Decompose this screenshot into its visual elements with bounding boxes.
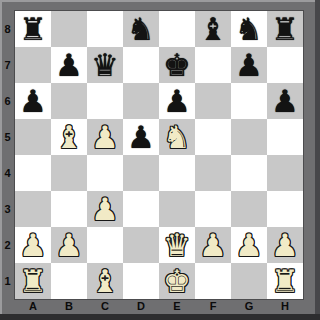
square-a4 <box>15 155 51 191</box>
square-d2 <box>123 227 159 263</box>
square-c6 <box>87 83 123 119</box>
square-a3 <box>15 191 51 227</box>
piece-black-bishop: ♝ <box>199 11 227 47</box>
square-a7 <box>15 47 51 83</box>
file-labels: ABCDEFGH <box>15 299 303 314</box>
square-c7: ♛ <box>87 47 123 83</box>
square-f1 <box>195 263 231 299</box>
piece-white-pawn: ♟ <box>19 227 47 263</box>
piece-black-king: ♚ <box>163 47 191 83</box>
square-g6 <box>231 83 267 119</box>
rank-label-6: 6 <box>0 83 15 119</box>
square-d6 <box>123 83 159 119</box>
piece-black-rook: ♜ <box>271 11 299 47</box>
file-label-b: B <box>51 299 87 314</box>
rank-label-7: 7 <box>0 47 15 83</box>
piece-white-bishop: ♝ <box>91 263 119 299</box>
square-h4 <box>267 155 303 191</box>
square-a2: ♟ <box>15 227 51 263</box>
piece-white-knight: ♞ <box>163 119 191 155</box>
square-e7: ♚ <box>159 47 195 83</box>
square-b6 <box>51 83 87 119</box>
rank-label-1: 1 <box>0 263 15 299</box>
square-g3 <box>231 191 267 227</box>
square-g7: ♟ <box>231 47 267 83</box>
square-h2: ♟ <box>267 227 303 263</box>
piece-white-rook: ♜ <box>19 263 47 299</box>
square-g4 <box>231 155 267 191</box>
piece-white-pawn: ♟ <box>271 227 299 263</box>
chess-board: ♜♞♝♞♜♟♛♚♟♟♟♟♝♟♟♞♟♟♟♛♟♟♟♜♝♚♜ <box>15 11 303 299</box>
file-label-h: H <box>267 299 303 314</box>
piece-white-pawn: ♟ <box>199 227 227 263</box>
square-c4 <box>87 155 123 191</box>
piece-black-rook: ♜ <box>19 11 47 47</box>
file-label-d: D <box>123 299 159 314</box>
square-b1 <box>51 263 87 299</box>
piece-black-pawn: ♟ <box>271 83 299 119</box>
piece-black-knight: ♞ <box>235 11 263 47</box>
piece-white-pawn: ♟ <box>91 119 119 155</box>
piece-white-queen: ♛ <box>163 227 191 263</box>
square-e4 <box>159 155 195 191</box>
square-e1: ♚ <box>159 263 195 299</box>
square-g8: ♞ <box>231 11 267 47</box>
square-f4 <box>195 155 231 191</box>
square-c1: ♝ <box>87 263 123 299</box>
square-a1: ♜ <box>15 263 51 299</box>
square-b4 <box>51 155 87 191</box>
square-d3 <box>123 191 159 227</box>
square-e8 <box>159 11 195 47</box>
square-h1: ♜ <box>267 263 303 299</box>
square-e5: ♞ <box>159 119 195 155</box>
piece-black-queen: ♛ <box>91 47 119 83</box>
file-label-f: F <box>195 299 231 314</box>
rank-label-2: 2 <box>0 227 15 263</box>
rank-label-8: 8 <box>0 11 15 47</box>
square-e3 <box>159 191 195 227</box>
rank-label-4: 4 <box>0 155 15 191</box>
square-e2: ♛ <box>159 227 195 263</box>
piece-black-pawn: ♟ <box>19 83 47 119</box>
piece-white-bishop: ♝ <box>55 119 83 155</box>
square-g2: ♟ <box>231 227 267 263</box>
square-h7 <box>267 47 303 83</box>
square-c3: ♟ <box>87 191 123 227</box>
piece-black-pawn: ♟ <box>163 83 191 119</box>
piece-white-pawn: ♟ <box>235 227 263 263</box>
square-d5: ♟ <box>123 119 159 155</box>
square-e6: ♟ <box>159 83 195 119</box>
file-label-e: E <box>159 299 195 314</box>
chess-diagram: 87654321 ABCDEFGH ♜♞♝♞♜♟♛♚♟♟♟♟♝♟♟♞♟♟♟♛♟♟… <box>0 0 320 320</box>
rank-label-3: 3 <box>0 191 15 227</box>
square-h6: ♟ <box>267 83 303 119</box>
piece-white-pawn: ♟ <box>91 191 119 227</box>
square-f7 <box>195 47 231 83</box>
file-label-c: C <box>87 299 123 314</box>
rank-label-5: 5 <box>0 119 15 155</box>
piece-black-pawn: ♟ <box>235 47 263 83</box>
square-b7: ♟ <box>51 47 87 83</box>
square-c2 <box>87 227 123 263</box>
piece-black-knight: ♞ <box>127 11 155 47</box>
file-label-a: A <box>15 299 51 314</box>
square-a8: ♜ <box>15 11 51 47</box>
square-f3 <box>195 191 231 227</box>
square-d4 <box>123 155 159 191</box>
piece-white-rook: ♜ <box>271 263 299 299</box>
piece-white-king: ♚ <box>163 263 191 299</box>
square-h8: ♜ <box>267 11 303 47</box>
square-f8: ♝ <box>195 11 231 47</box>
square-b5: ♝ <box>51 119 87 155</box>
square-f2: ♟ <box>195 227 231 263</box>
square-b3 <box>51 191 87 227</box>
square-h5 <box>267 119 303 155</box>
square-f5 <box>195 119 231 155</box>
square-a5 <box>15 119 51 155</box>
square-g5 <box>231 119 267 155</box>
square-g1 <box>231 263 267 299</box>
square-c8 <box>87 11 123 47</box>
square-h3 <box>267 191 303 227</box>
square-c5: ♟ <box>87 119 123 155</box>
square-d8: ♞ <box>123 11 159 47</box>
square-a6: ♟ <box>15 83 51 119</box>
file-label-g: G <box>231 299 267 314</box>
square-d7 <box>123 47 159 83</box>
square-d1 <box>123 263 159 299</box>
piece-white-pawn: ♟ <box>55 227 83 263</box>
square-b2: ♟ <box>51 227 87 263</box>
rank-labels: 87654321 <box>0 11 15 299</box>
square-b8 <box>51 11 87 47</box>
square-f6 <box>195 83 231 119</box>
piece-black-pawn: ♟ <box>127 119 155 155</box>
piece-black-pawn: ♟ <box>55 47 83 83</box>
